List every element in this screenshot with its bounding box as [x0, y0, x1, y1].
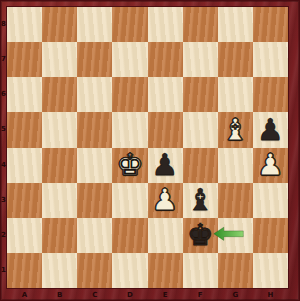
black-bishop[interactable]: ♝	[183, 183, 218, 218]
square-d7[interactable]	[112, 42, 147, 77]
square-f6[interactable]	[183, 77, 218, 112]
rank-label-3: 3	[0, 183, 7, 218]
square-f3[interactable]: ♝	[183, 183, 218, 218]
rank-label-1: 1	[0, 253, 7, 288]
file-label-d: D	[112, 289, 147, 301]
square-g7[interactable]	[218, 42, 253, 77]
file-label-b: B	[42, 289, 77, 301]
square-f8[interactable]	[183, 7, 218, 42]
square-e1[interactable]	[148, 253, 183, 288]
square-e5[interactable]	[148, 112, 183, 147]
file-label-a: A	[7, 289, 42, 301]
square-c6[interactable]	[77, 77, 112, 112]
square-e4[interactable]: ♟	[148, 148, 183, 183]
square-d5[interactable]	[112, 112, 147, 147]
square-g2[interactable]	[218, 218, 253, 253]
square-f5[interactable]	[183, 112, 218, 147]
square-d3[interactable]	[112, 183, 147, 218]
square-h4[interactable]: ♟	[253, 148, 288, 183]
square-g4[interactable]	[218, 148, 253, 183]
square-a8[interactable]	[7, 7, 42, 42]
square-h2[interactable]	[253, 218, 288, 253]
square-g3[interactable]	[218, 183, 253, 218]
square-e6[interactable]	[148, 77, 183, 112]
square-a3[interactable]	[7, 183, 42, 218]
square-f1[interactable]	[183, 253, 218, 288]
square-b3[interactable]	[42, 183, 77, 218]
rank-label-8: 8	[0, 7, 7, 42]
square-d4[interactable]: ♚	[112, 148, 147, 183]
rank-label-2: 2	[0, 218, 7, 253]
file-label-g: G	[218, 289, 253, 301]
square-c3[interactable]	[77, 183, 112, 218]
file-label-e: E	[148, 289, 183, 301]
square-c5[interactable]	[77, 112, 112, 147]
white-pawn[interactable]: ♟	[253, 148, 288, 183]
file-label-c: C	[77, 289, 112, 301]
square-a7[interactable]	[7, 42, 42, 77]
square-c7[interactable]	[77, 42, 112, 77]
black-pawn[interactable]: ♟	[253, 112, 288, 147]
square-a2[interactable]	[7, 218, 42, 253]
rank-label-7: 7	[0, 42, 7, 77]
square-c1[interactable]	[77, 253, 112, 288]
square-e7[interactable]	[148, 42, 183, 77]
rank-label-6: 6	[0, 77, 7, 112]
square-d1[interactable]	[112, 253, 147, 288]
square-b7[interactable]	[42, 42, 77, 77]
black-pawn[interactable]: ♟	[148, 148, 183, 183]
square-h8[interactable]	[253, 7, 288, 42]
white-king[interactable]: ♚	[112, 148, 147, 183]
square-h3[interactable]	[253, 183, 288, 218]
square-c4[interactable]	[77, 148, 112, 183]
square-b6[interactable]	[42, 77, 77, 112]
file-label-f: F	[183, 289, 218, 301]
file-label-h: H	[253, 289, 288, 301]
square-g5[interactable]: ♝	[218, 112, 253, 147]
rank-label-4: 4	[0, 148, 7, 183]
chess-board-widget: ♝♟♚♟♟♟♝♚ 87654321ABCDEFGH	[0, 0, 300, 301]
white-bishop[interactable]: ♝	[218, 112, 253, 147]
square-e2[interactable]	[148, 218, 183, 253]
square-a5[interactable]	[7, 112, 42, 147]
square-h5[interactable]: ♟	[253, 112, 288, 147]
square-c8[interactable]	[77, 7, 112, 42]
chess-board: ♝♟♚♟♟♟♝♚	[7, 7, 288, 288]
square-d6[interactable]	[112, 77, 147, 112]
black-king[interactable]: ♚	[183, 218, 218, 253]
square-a4[interactable]	[7, 148, 42, 183]
square-h6[interactable]	[253, 77, 288, 112]
square-d2[interactable]	[112, 218, 147, 253]
rank-label-5: 5	[0, 112, 7, 147]
square-a1[interactable]	[7, 253, 42, 288]
square-e8[interactable]	[148, 7, 183, 42]
square-b5[interactable]	[42, 112, 77, 147]
square-g8[interactable]	[218, 7, 253, 42]
square-g6[interactable]	[218, 77, 253, 112]
square-e3[interactable]: ♟	[148, 183, 183, 218]
square-h7[interactable]	[253, 42, 288, 77]
square-b8[interactable]	[42, 7, 77, 42]
square-f7[interactable]	[183, 42, 218, 77]
square-b2[interactable]	[42, 218, 77, 253]
square-f4[interactable]	[183, 148, 218, 183]
square-c2[interactable]	[77, 218, 112, 253]
square-b1[interactable]	[42, 253, 77, 288]
square-a6[interactable]	[7, 77, 42, 112]
square-b4[interactable]	[42, 148, 77, 183]
white-pawn[interactable]: ♟	[148, 183, 183, 218]
square-f2[interactable]: ♚	[183, 218, 218, 253]
square-g1[interactable]	[218, 253, 253, 288]
square-d8[interactable]	[112, 7, 147, 42]
square-h1[interactable]	[253, 253, 288, 288]
